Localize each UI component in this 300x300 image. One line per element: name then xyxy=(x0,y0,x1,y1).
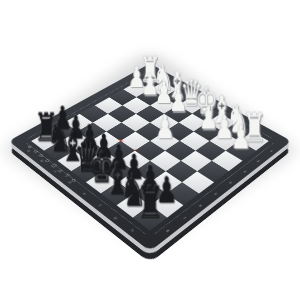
white-pawn: ♟ xyxy=(148,106,182,150)
square-h2: ♟ xyxy=(226,141,256,161)
product-photo-scene: ♜♞♝♛♚♝♞♜♟♟♟♟♟♟♟♟♟♟♟♟♟♟♟♟♜♞♝♛♚♝♞♜ ⊙◁▷○□△▽… xyxy=(0,0,300,300)
rank-label-4: 4 xyxy=(226,180,234,186)
playing-field: ♜♞♝♛♚♝♞♜♟♟♟♟♟♟♟♟♟♟♟♟♟♟♟♟♜♞♝♛♚♝♞♜ xyxy=(31,74,269,230)
rank-label-8: 8 xyxy=(163,227,172,234)
white-pawn: ♟ xyxy=(223,115,258,159)
board-frame: ♜♞♝♛♚♝♞♜♟♟♟♟♟♟♟♟♟♟♟♟♟♟♟♟♜♞♝♛♚♝♞♜ ⊙◁▷○□△▽… xyxy=(9,64,292,252)
rank-label-3: 3 xyxy=(241,169,249,175)
chess-computer-board: ♜♞♝♛♚♝♞♜♟♟♟♟♟♟♟♟♟♟♟♟♟♟♟♟♜♞♝♛♚♝♞♜ ⊙◁▷○□△▽… xyxy=(9,64,292,252)
black-rook: ♜ xyxy=(130,177,169,227)
new-game-icon: △ xyxy=(55,167,67,175)
rank-label-6: 6 xyxy=(196,202,205,208)
rank-label-5: 5 xyxy=(212,191,221,197)
rank-label-2: 2 xyxy=(254,158,262,163)
rank-label-7: 7 xyxy=(180,215,189,222)
rank-label-1: 1 xyxy=(267,148,275,153)
